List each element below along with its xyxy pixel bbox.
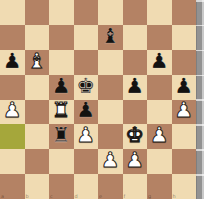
square-g4[interactable] <box>147 100 172 125</box>
square-g5[interactable] <box>147 75 172 100</box>
square-b2[interactable] <box>25 149 50 174</box>
square-c6[interactable] <box>49 50 74 75</box>
black-pawn[interactable]: ♟ <box>174 76 193 97</box>
square-d2[interactable] <box>74 149 99 174</box>
square-a8[interactable] <box>0 0 25 25</box>
square-f5[interactable]: ♟ <box>123 75 148 100</box>
square-f1[interactable]: f <box>123 174 148 199</box>
square-g1[interactable]: g <box>147 174 172 199</box>
square-f6[interactable] <box>123 50 148 75</box>
white-pawn[interactable]: ♟ <box>101 150 120 171</box>
square-h7[interactable] <box>172 25 197 50</box>
white-pawn[interactable]: ♟ <box>76 125 95 146</box>
square-e8[interactable] <box>98 0 123 25</box>
square-f7[interactable] <box>123 25 148 50</box>
square-c4[interactable]: ♜ <box>49 100 74 125</box>
square-a3[interactable] <box>0 124 25 149</box>
square-b8[interactable] <box>25 0 50 25</box>
file-label: g <box>148 193 151 199</box>
square-h4[interactable]: ♟ <box>172 100 197 125</box>
square-d8[interactable] <box>74 0 99 25</box>
square-a7[interactable] <box>0 25 25 50</box>
white-king[interactable]: ♚ <box>125 125 144 146</box>
square-a2[interactable] <box>0 149 25 174</box>
chess-app-window: ♝♟♝♟♟♚♟♟♟♜♟♟♜♟♚♟♟♟abcdefgh <box>0 0 204 199</box>
file-label: c <box>50 193 53 199</box>
white-pawn[interactable]: ♟ <box>125 150 144 171</box>
square-a5[interactable] <box>0 75 25 100</box>
square-e1[interactable]: e <box>98 174 123 199</box>
right-edge-strip <box>196 0 204 199</box>
chess-board: ♝♟♝♟♟♚♟♟♟♜♟♟♜♟♚♟♟♟abcdefgh <box>0 0 196 199</box>
file-label: h <box>173 193 176 199</box>
square-c8[interactable] <box>49 0 74 25</box>
square-a6[interactable]: ♟ <box>0 50 25 75</box>
square-b1[interactable]: b <box>25 174 50 199</box>
square-h3[interactable] <box>172 124 197 149</box>
white-bishop[interactable]: ♝ <box>27 51 46 72</box>
square-g8[interactable] <box>147 0 172 25</box>
square-g6[interactable]: ♟ <box>147 50 172 75</box>
square-b3[interactable] <box>25 124 50 149</box>
black-pawn[interactable]: ♟ <box>125 76 144 97</box>
square-e5[interactable] <box>98 75 123 100</box>
square-c3[interactable]: ♜ <box>49 124 74 149</box>
square-b5[interactable] <box>25 75 50 100</box>
square-d1[interactable]: d <box>74 174 99 199</box>
square-h5[interactable]: ♟ <box>172 75 197 100</box>
square-h6[interactable] <box>172 50 197 75</box>
square-c7[interactable] <box>49 25 74 50</box>
square-c1[interactable]: c <box>49 174 74 199</box>
square-b6[interactable]: ♝ <box>25 50 50 75</box>
square-e4[interactable] <box>98 100 123 125</box>
square-d4[interactable]: ♟ <box>74 100 99 125</box>
square-f4[interactable] <box>123 100 148 125</box>
square-e6[interactable] <box>98 50 123 75</box>
file-label: d <box>75 193 78 199</box>
white-pawn[interactable]: ♟ <box>174 100 193 121</box>
black-bishop[interactable]: ♝ <box>101 26 120 47</box>
black-king[interactable]: ♚ <box>76 76 95 97</box>
square-g7[interactable] <box>147 25 172 50</box>
square-d3[interactable]: ♟ <box>74 124 99 149</box>
square-e3[interactable] <box>98 124 123 149</box>
square-f2[interactable]: ♟ <box>123 149 148 174</box>
white-rook[interactable]: ♜ <box>52 100 71 121</box>
black-pawn[interactable]: ♟ <box>3 51 22 72</box>
square-e7[interactable]: ♝ <box>98 25 123 50</box>
square-c5[interactable]: ♟ <box>49 75 74 100</box>
square-h1[interactable]: h <box>172 174 197 199</box>
file-label: a <box>1 193 4 199</box>
white-pawn[interactable]: ♟ <box>150 125 169 146</box>
square-d5[interactable]: ♚ <box>74 75 99 100</box>
white-pawn[interactable]: ♟ <box>3 100 22 121</box>
square-b7[interactable] <box>25 25 50 50</box>
black-pawn[interactable]: ♟ <box>52 76 71 97</box>
square-a1[interactable]: a <box>0 174 25 199</box>
square-f3[interactable]: ♚ <box>123 124 148 149</box>
square-h8[interactable] <box>172 0 197 25</box>
square-d7[interactable] <box>74 25 99 50</box>
square-h2[interactable] <box>172 149 197 174</box>
square-f8[interactable] <box>123 0 148 25</box>
square-g3[interactable]: ♟ <box>147 124 172 149</box>
square-g2[interactable] <box>147 149 172 174</box>
file-label: f <box>124 193 126 199</box>
file-label: b <box>26 193 29 199</box>
square-a4[interactable]: ♟ <box>0 100 25 125</box>
file-label: e <box>99 193 102 199</box>
square-b4[interactable] <box>25 100 50 125</box>
black-rook[interactable]: ♜ <box>52 125 71 146</box>
square-d6[interactable] <box>74 50 99 75</box>
square-c2[interactable] <box>49 149 74 174</box>
black-pawn[interactable]: ♟ <box>76 100 95 121</box>
square-e2[interactable]: ♟ <box>98 149 123 174</box>
black-pawn[interactable]: ♟ <box>150 51 169 72</box>
